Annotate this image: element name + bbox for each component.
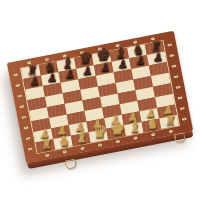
- rank-label-1: 1: [28, 147, 33, 151]
- rank-label-7: 7: [15, 84, 20, 88]
- file-label-a: A: [45, 154, 50, 158]
- board-frame: ABCDEFGH ABCDEFGH 87654321 87654321 ♜♞♝♛…: [7, 31, 193, 164]
- brass-latch-right: [174, 133, 187, 144]
- board-scene: ABCDEFGH ABCDEFGH 87654321 87654321 ♜♞♝♛…: [0, 0, 199, 197]
- product-photo: ABCDEFGH ABCDEFGH 87654321 87654321 ♜♞♝♛…: [0, 0, 200, 200]
- file-label-e: E: [115, 140, 120, 144]
- square-f1: ♝: [124, 122, 144, 136]
- rank-label-6: 6: [172, 64, 177, 68]
- brass-latch-left: [65, 159, 78, 170]
- square-d1: ♛: [89, 129, 109, 143]
- rank-label-3: 3: [24, 126, 29, 130]
- file-label-g: G: [151, 133, 156, 137]
- white-king-e1: ♚: [110, 120, 126, 138]
- white-bishop-f1: ♝: [128, 119, 142, 135]
- file-label-c: C: [80, 147, 85, 151]
- file-label-b: B: [62, 150, 67, 154]
- white-queen-d1: ♛: [93, 124, 108, 141]
- rank-label-4: 4: [176, 86, 181, 90]
- square-g1: ♞: [142, 119, 162, 133]
- square-b1: ♞: [53, 136, 73, 150]
- rank-label-1: 1: [182, 117, 187, 121]
- rank-label-3: 3: [178, 96, 183, 100]
- rank-label-8: 8: [13, 73, 18, 77]
- white-rook-h1: ♜: [165, 114, 177, 127]
- rank-label-5: 5: [174, 75, 179, 79]
- chess-set: ABCDEFGH ABCDEFGH 87654321 87654321 ♜♞♝♛…: [7, 31, 193, 164]
- file-label-f: F: [133, 136, 138, 140]
- rank-label-2: 2: [180, 107, 185, 111]
- rank-label-6: 6: [17, 94, 22, 98]
- rank-label-7: 7: [169, 54, 174, 58]
- white-knight-g1: ♞: [147, 116, 160, 131]
- square-c1: ♝: [71, 132, 91, 146]
- file-label-d: D: [98, 143, 103, 147]
- rank-label-2: 2: [26, 137, 31, 141]
- file-label-h: H: [168, 129, 173, 133]
- white-rook-a1: ♜: [41, 138, 53, 151]
- white-knight-b1: ♞: [58, 134, 71, 149]
- white-bishop-c1: ♝: [75, 129, 89, 145]
- rank-label-8: 8: [167, 43, 172, 47]
- rank-label-5: 5: [19, 105, 24, 109]
- square-e1: ♚: [106, 125, 126, 139]
- rank-label-4: 4: [22, 116, 27, 120]
